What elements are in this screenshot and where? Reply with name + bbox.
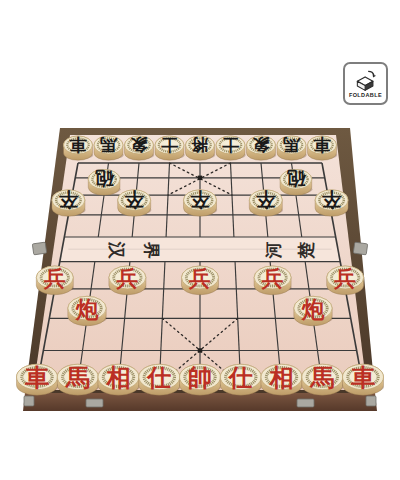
piece-black-cannon[interactable]: 砲 [280,168,312,195]
piece-red-soldier[interactable]: 兵 [182,266,220,295]
piece-glyph: 兵 [43,266,66,291]
piece-glyph: 馬 [65,364,90,392]
piece-red-chariot[interactable]: 車 [343,364,384,396]
piece-red-advisor[interactable]: 仕 [139,364,180,396]
piece-red-general[interactable]: 帥 [180,364,221,396]
piece-red-horse[interactable]: 馬 [302,364,343,396]
piece-red-soldier[interactable]: 兵 [254,266,292,295]
piece-glyph: 砲 [286,168,306,189]
latch-right [297,399,314,407]
piece-red-cannon[interactable]: 炮 [68,296,107,326]
piece-red-horse[interactable]: 馬 [57,364,98,396]
piece-glyph: 士 [222,135,240,155]
piece-glyph: 車 [350,364,375,392]
piece-glyph: 兵 [333,266,356,291]
piece-glyph: 卒 [256,188,277,211]
piece-glyph: 馬 [309,364,334,392]
piece-glyph: 車 [313,135,331,155]
palace-centre-mark [198,348,202,352]
piece-glyph: 炮 [301,296,325,322]
piece-red-elephant[interactable]: 相 [98,364,139,396]
piece-glyph: 兵 [261,266,284,291]
piece-glyph: 兵 [188,266,211,291]
latch-left [86,399,103,407]
piece-glyph: 馬 [283,135,301,155]
front-rail [23,393,377,411]
piece-glyph: 卒 [58,188,79,211]
piece-red-soldier[interactable]: 兵 [327,266,365,295]
corner-guard-left [24,396,34,406]
piece-glyph: 卒 [321,188,342,211]
piece-glyph: 馬 [100,135,118,155]
product-photo: FOLDABLE 汉界楚河 車馬象士將士象馬車砲砲卒卒卒卒卒兵兵兵兵兵炮炮車馬相… [0,0,400,480]
piece-red-chariot[interactable]: 車 [17,364,58,396]
river-label-char: 界 [142,242,162,259]
piece-glyph: 相 [105,364,130,392]
piece-red-soldier[interactable]: 兵 [109,266,147,295]
hinge-left [32,242,46,255]
piece-glyph: 士 [161,135,179,155]
corner-guard-right [366,396,376,406]
piece-glyph: 車 [69,135,87,155]
piece-glyph: 車 [24,364,49,392]
piece-glyph: 仕 [228,364,253,392]
piece-glyph: 象 [252,135,271,155]
piece-glyph: 卒 [190,188,211,211]
river-label-char: 楚 [296,241,316,260]
piece-glyph: 砲 [94,168,114,189]
piece-glyph: 炮 [75,296,99,322]
piece-glyph: 卒 [124,188,145,211]
hinge-right [353,242,367,255]
xiangqi-board: 汉界楚河 車馬象士將士象馬車砲砲卒卒卒卒卒兵兵兵兵兵炮炮車馬相仕帥仕相馬車 [0,0,400,480]
river-label-char: 汉 [107,241,127,260]
piece-red-advisor[interactable]: 仕 [220,364,261,396]
piece-red-cannon[interactable]: 炮 [294,296,333,326]
piece-glyph: 象 [130,135,149,155]
piece-red-soldier[interactable]: 兵 [36,266,74,295]
piece-glyph: 將 [191,135,209,155]
river-label-char: 河 [263,242,283,260]
piece-glyph: 兵 [116,266,139,291]
piece-glyph: 相 [268,364,293,392]
piece-red-elephant[interactable]: 相 [261,364,302,396]
palace-centre-mark [198,176,202,180]
piece-glyph: 仕 [146,364,171,392]
piece-glyph: 帥 [188,364,212,392]
piece-black-cannon[interactable]: 砲 [88,168,120,195]
